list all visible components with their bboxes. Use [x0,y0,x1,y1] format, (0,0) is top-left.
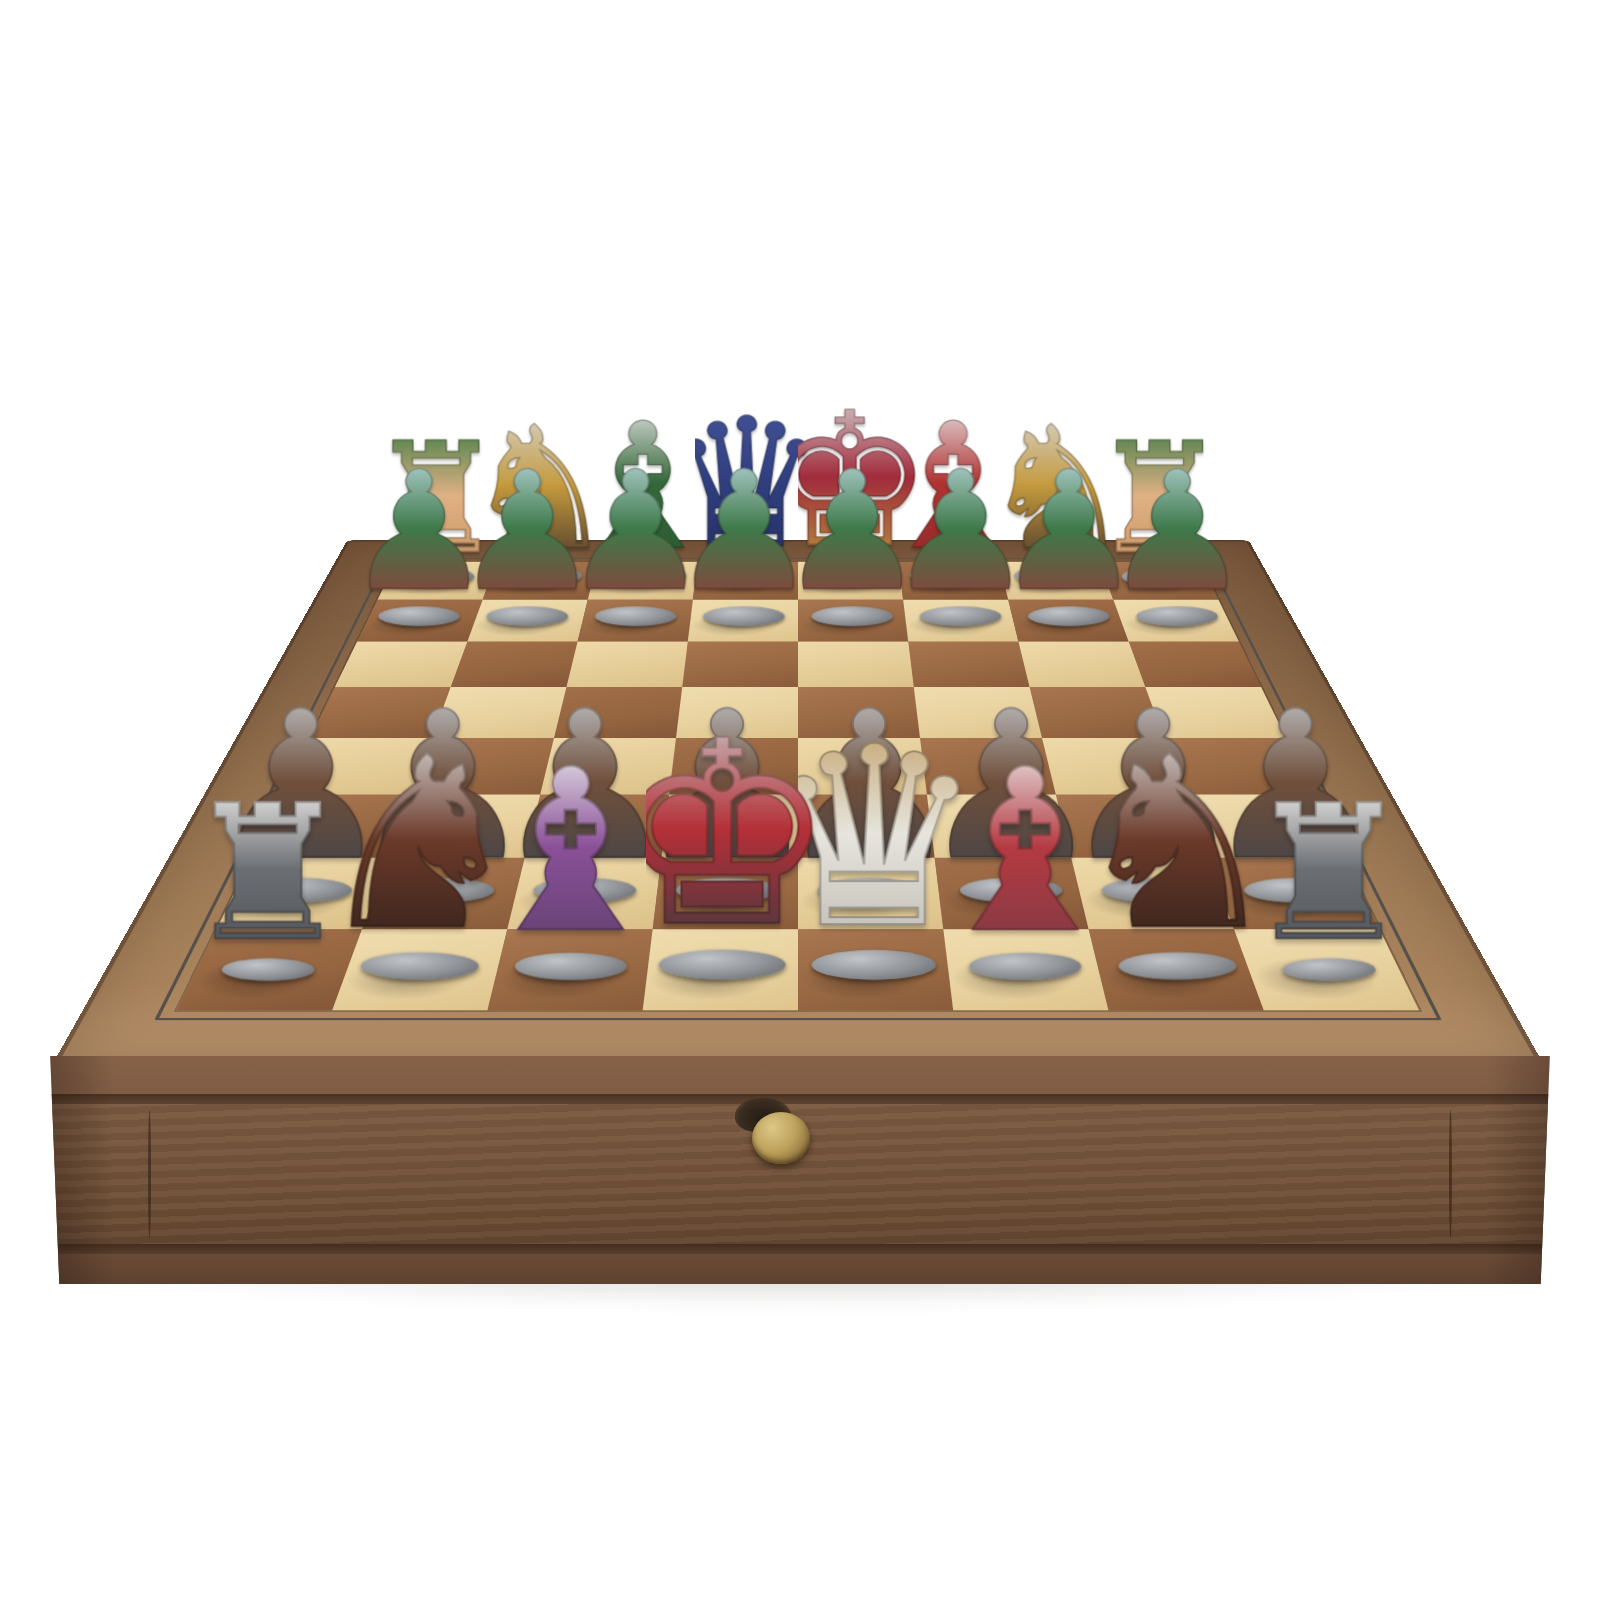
square-d1[interactable]: ♚ [643,929,798,1010]
box-side-shading [38,1056,1562,1284]
piece-crusader-knight-b1[interactable]: ♞ [343,727,495,979]
drawer-knob[interactable] [752,1112,810,1164]
box-face [38,1056,1562,1284]
scene: ♜♞♝♛♚♝♞♜♟♟♟♟♟♟♟♟♟♟♟♟♟♟♟♟♜♞♝♚♛♝♞♜ [0,0,1600,1600]
piece-ottoman-pawn-h7[interactable]: ♟ [1123,450,1231,626]
box-base-edge [38,1314,1562,1340]
square-h7[interactable]: ♟ [1113,600,1238,642]
chess-board: ♜♞♝♛♚♝♞♜♟♟♟♟♟♟♟♟♟♟♟♟♟♟♟♟♜♞♝♚♛♝♞♜ [52,540,1544,1065]
square-b1[interactable]: ♞ [332,929,507,1010]
square-a1[interactable]: ♜ [177,929,362,1010]
king-glyph: ♚ [608,707,836,962]
chess-squares: ♜♞♝♛♚♝♞♜♟♟♟♟♟♟♟♟♟♟♟♟♟♟♟♟♜♞♝♚♛♝♞♜ [177,562,1419,1010]
piece-crusader-rook-a1[interactable]: ♜ [192,780,344,979]
piece-crusader-king-d1[interactable]: ♚ [646,707,798,979]
square-g1[interactable]: ♞ [1089,929,1264,1010]
piece-crusader-rook-h1[interactable]: ♜ [1253,780,1405,979]
piece-crusader-knight-g1[interactable]: ♞ [1101,727,1253,979]
square-h1[interactable]: ♜ [1234,929,1419,1010]
rook-glyph: ♜ [184,780,351,966]
pawn-glyph: ♟ [1103,450,1250,614]
rook-glyph: ♜ [1245,780,1412,966]
